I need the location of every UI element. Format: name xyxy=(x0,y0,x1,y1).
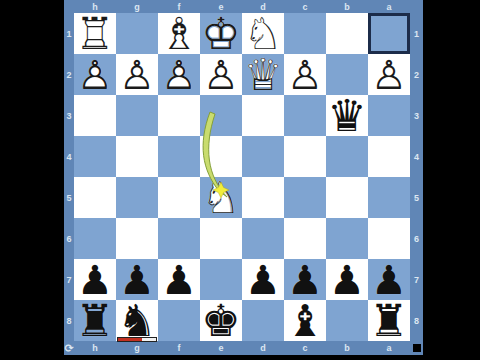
square-b8[interactable] xyxy=(326,300,368,341)
piece-black-rook: ♜ xyxy=(368,300,410,341)
square-g2[interactable]: ♟♙ xyxy=(116,54,158,95)
piece-white-bishop: ♝♗ xyxy=(158,13,200,54)
piece-fill-glyph: ♜ xyxy=(368,299,410,343)
piece-fill-glyph: ♛ xyxy=(326,94,368,138)
file-label-c-top: c xyxy=(284,0,326,13)
square-g5[interactable] xyxy=(116,177,158,218)
piece-outline-glyph: ♗ xyxy=(158,12,200,56)
piece-black-pawn: ♟ xyxy=(326,259,368,300)
piece-white-pawn: ♟♙ xyxy=(74,54,116,95)
piece-outline-glyph: ♕ xyxy=(242,53,284,97)
piece-outline-glyph: ♘ xyxy=(200,176,242,220)
file-label-d-bottom: d xyxy=(242,341,284,355)
square-h5[interactable] xyxy=(74,177,116,218)
piece-outline-glyph: ♖ xyxy=(74,12,116,56)
chessboard: hgfedcba1♜♖♝♗♚♔♞♘12♟♙♟♙♟♙♟♙♛♕♟♙♟♙23♛3445… xyxy=(64,0,423,355)
square-e1[interactable]: ♚♔ xyxy=(200,13,242,54)
square-f2[interactable]: ♟♙ xyxy=(158,54,200,95)
piece-white-queen: ♛♕ xyxy=(242,54,284,95)
square-d7[interactable]: ♟ xyxy=(242,259,284,300)
square-b5[interactable] xyxy=(326,177,368,218)
square-c1[interactable] xyxy=(284,13,326,54)
piece-outline-glyph: ♙ xyxy=(116,53,158,97)
piece-fill-glyph: ♟ xyxy=(242,258,284,302)
rank-label-8-left: 8 xyxy=(64,300,74,341)
square-h6[interactable] xyxy=(74,218,116,259)
piece-outline-glyph: ♙ xyxy=(368,53,410,97)
square-f4[interactable] xyxy=(158,136,200,177)
rank-label-2-right: 2 xyxy=(410,54,423,95)
rank-label-5-left: 5 xyxy=(64,177,74,218)
piece-fill-glyph: ♟ xyxy=(158,258,200,302)
piece-black-queen: ♛ xyxy=(326,95,368,136)
square-f3[interactable] xyxy=(158,95,200,136)
square-g1[interactable] xyxy=(116,13,158,54)
square-f5[interactable] xyxy=(158,177,200,218)
rank-label-6-left: 6 xyxy=(64,218,74,259)
rank-label-1-left: 1 xyxy=(64,13,74,54)
square-g3[interactable] xyxy=(116,95,158,136)
file-label-b-bottom: b xyxy=(326,341,368,355)
piece-outline-glyph: ♙ xyxy=(158,53,200,97)
square-c2[interactable]: ♟♙ xyxy=(284,54,326,95)
square-f7[interactable]: ♟ xyxy=(158,259,200,300)
square-e5[interactable]: ♞♘ xyxy=(200,177,242,218)
square-b7[interactable]: ♟ xyxy=(326,259,368,300)
file-label-f-bottom: f xyxy=(158,341,200,355)
square-f8[interactable] xyxy=(158,300,200,341)
square-c5[interactable] xyxy=(284,177,326,218)
square-c8[interactable]: ♝ xyxy=(284,300,326,341)
rank-label-8-right: 8 xyxy=(410,300,423,341)
rank-label-6-right: 6 xyxy=(410,218,423,259)
square-b4[interactable] xyxy=(326,136,368,177)
square-c4[interactable] xyxy=(284,136,326,177)
rank-label-4-right: 4 xyxy=(410,136,423,177)
health-bar xyxy=(117,337,157,342)
piece-white-pawn: ♟♙ xyxy=(116,54,158,95)
piece-outline-glyph: ♙ xyxy=(74,53,116,97)
piece-white-pawn: ♟♙ xyxy=(200,54,242,95)
square-d3[interactable] xyxy=(242,95,284,136)
health-bar-empty xyxy=(142,338,156,341)
square-b3[interactable]: ♛ xyxy=(326,95,368,136)
square-d6[interactable] xyxy=(242,218,284,259)
square-e8[interactable]: ♚ xyxy=(200,300,242,341)
square-e3[interactable] xyxy=(200,95,242,136)
piece-fill-glyph: ♚ xyxy=(200,299,242,343)
square-e6[interactable] xyxy=(200,218,242,259)
square-e2[interactable]: ♟♙ xyxy=(200,54,242,95)
square-h4[interactable] xyxy=(74,136,116,177)
square-g4[interactable] xyxy=(116,136,158,177)
square-f1[interactable]: ♝♗ xyxy=(158,13,200,54)
piece-black-bishop: ♝ xyxy=(284,300,326,341)
square-g6[interactable] xyxy=(116,218,158,259)
piece-fill-glyph: ♝ xyxy=(284,299,326,343)
rank-label-3-left: 3 xyxy=(64,95,74,136)
square-d8[interactable] xyxy=(242,300,284,341)
square-h3[interactable] xyxy=(74,95,116,136)
square-a1-highlighted[interactable] xyxy=(368,13,410,54)
rank-label-7-left: 7 xyxy=(64,259,74,300)
corner-bottom-right xyxy=(410,341,423,355)
square-h8[interactable]: ♜ xyxy=(74,300,116,341)
rank-label-2-left: 2 xyxy=(64,54,74,95)
square-f6[interactable] xyxy=(158,218,200,259)
piece-black-king: ♚ xyxy=(200,300,242,341)
square-b1[interactable] xyxy=(326,13,368,54)
square-g8[interactable]: ♞ xyxy=(116,300,158,341)
square-a4[interactable] xyxy=(368,136,410,177)
square-d5[interactable] xyxy=(242,177,284,218)
square-h2[interactable]: ♟♙ xyxy=(74,54,116,95)
file-label-g-top: g xyxy=(116,0,158,13)
corner-bottom-left: ⟳ xyxy=(64,341,74,355)
square-b6[interactable] xyxy=(326,218,368,259)
square-a3[interactable] xyxy=(368,95,410,136)
piece-fill-glyph: ♜ xyxy=(74,299,116,343)
piece-outline-glyph: ♔ xyxy=(200,12,242,56)
stop-icon[interactable] xyxy=(413,344,421,352)
square-a6[interactable] xyxy=(368,218,410,259)
rank-label-4-left: 4 xyxy=(64,136,74,177)
square-a5[interactable] xyxy=(368,177,410,218)
rank-label-3-right: 3 xyxy=(410,95,423,136)
piece-fill-glyph: ♞ xyxy=(116,299,158,343)
piece-black-pawn: ♟ xyxy=(158,259,200,300)
board-grid: hgfedcba1♜♖♝♗♚♔♞♘12♟♙♟♙♟♙♟♙♛♕♟♙♟♙23♛3445… xyxy=(64,0,423,355)
piece-white-pawn: ♟♙ xyxy=(284,54,326,95)
rank-label-7-right: 7 xyxy=(410,259,423,300)
square-d4[interactable] xyxy=(242,136,284,177)
piece-outline-glyph: ♙ xyxy=(200,53,242,97)
file-label-b-top: b xyxy=(326,0,368,13)
piece-white-king: ♚♔ xyxy=(200,13,242,54)
file-label-a-top: a xyxy=(368,0,410,13)
piece-black-knight: ♞ xyxy=(116,300,158,341)
square-c3[interactable] xyxy=(284,95,326,136)
square-d2[interactable]: ♛♕ xyxy=(242,54,284,95)
rank-label-1-right: 1 xyxy=(410,13,423,54)
piece-white-unicorn-knight: ♞♘ xyxy=(200,177,242,218)
square-c6[interactable] xyxy=(284,218,326,259)
piece-black-pawn: ♟ xyxy=(242,259,284,300)
corner-top-left xyxy=(64,0,74,13)
piece-white-pawn: ♟♙ xyxy=(368,54,410,95)
flip-board-icon[interactable]: ⟳ xyxy=(64,342,73,355)
corner-top-right xyxy=(410,0,423,13)
piece-fill-glyph: ♟ xyxy=(326,258,368,302)
piece-white-pawn: ♟♙ xyxy=(158,54,200,95)
square-a2[interactable]: ♟♙ xyxy=(368,54,410,95)
square-a8[interactable]: ♜ xyxy=(368,300,410,341)
health-bar-fill xyxy=(118,338,142,341)
piece-outline-glyph: ♙ xyxy=(284,53,326,97)
square-h1[interactable]: ♜♖ xyxy=(74,13,116,54)
piece-white-rook: ♜♖ xyxy=(74,13,116,54)
piece-black-rook: ♜ xyxy=(74,300,116,341)
rank-label-5-right: 5 xyxy=(410,177,423,218)
